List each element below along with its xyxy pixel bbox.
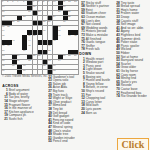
grid-cell: 27 [17, 21, 22, 25]
grid-cell [27, 1, 32, 5]
grid-cell [63, 40, 68, 44]
cell-number: 71 [23, 69, 25, 71]
grid-cell: 18 [27, 11, 32, 15]
grid-cell: 66 [12, 65, 17, 69]
grid-cell [12, 6, 17, 10]
cell-number: 63 [48, 59, 50, 61]
cell-number: 57 [63, 54, 65, 56]
cell-number: 25 [68, 15, 70, 17]
cell-number: 69 [53, 64, 55, 66]
grid-cell: 4 [17, 1, 22, 5]
grid-cell [63, 45, 68, 49]
grid-cell [22, 40, 27, 44]
clue-item: 24Born as [79, 111, 112, 115]
clue-number: 55 [46, 140, 53, 144]
cell-number: 13 [74, 0, 76, 2]
grid-cell [73, 11, 78, 15]
grid-cell [48, 6, 53, 10]
grid-cell [38, 45, 43, 49]
grid-cell: 2 [7, 1, 12, 5]
grid-cell: 43 [12, 40, 17, 44]
grid-cell: 56 [38, 55, 43, 59]
cell-number: 2 [7, 0, 8, 2]
grid-cell [73, 45, 78, 49]
cell-number: 72 [53, 69, 55, 71]
grid-cell: 7 [38, 1, 43, 5]
clue-text: Rio Grande feeder [121, 95, 150, 99]
grid-cell [17, 65, 22, 69]
cell-number: 29 [48, 20, 50, 22]
cell-number: 42 [74, 34, 76, 36]
cell-number: 39 [33, 34, 35, 36]
cell-number: 9 [48, 0, 49, 2]
cell-number: 52 [48, 49, 50, 51]
cell-number: 45 [53, 39, 55, 41]
clue-column-right-1: 57Sticky stuff58Neither's partner59Exist… [79, 1, 113, 150]
cell-number: 55 [33, 54, 35, 56]
cell-number: 62 [28, 59, 30, 61]
cell-number: 10 [53, 0, 55, 2]
grid-cell [53, 30, 58, 34]
clue-item: 21Sushi fish [2, 117, 45, 121]
cell-number: 26 [12, 20, 14, 22]
cell-number: 58 [68, 54, 70, 56]
grid-cell: 37 [2, 35, 7, 39]
clue-number: 21 [2, 117, 9, 121]
cell-number: 33 [58, 25, 60, 27]
grid-cell: 35 [43, 30, 48, 34]
grid-cell [7, 60, 12, 64]
grid-cell [38, 26, 43, 30]
grid-cell [7, 55, 12, 59]
cell-number: 35 [43, 29, 45, 31]
grid-cell: 40 [58, 35, 63, 39]
cell-number: 53 [2, 54, 4, 56]
grid-cell [33, 11, 38, 15]
grid-cell [58, 1, 63, 5]
grid-cell [73, 40, 78, 44]
clue-number: 24 [79, 111, 86, 115]
cell-number: 15 [33, 5, 35, 7]
cell-number: 24 [53, 15, 55, 17]
cell-number: 47 [7, 44, 9, 46]
grid-cell [7, 16, 12, 20]
grid-cell [53, 50, 58, 54]
grid-cell: 22 [2, 16, 7, 20]
cell-number: 50 [2, 49, 4, 51]
grid-cell [58, 50, 63, 54]
cell-number: 38 [28, 34, 30, 36]
grid-cell [38, 16, 43, 20]
cell-number: 20 [58, 10, 60, 12]
clue-column-across-1: ACROSS1Brief argument6Body of water11Tax… [2, 81, 45, 150]
grid-cell [43, 40, 48, 44]
clue-text: Sushi fish [9, 117, 45, 121]
grid-cell [33, 16, 38, 20]
grid-cell: 32 [7, 26, 12, 30]
grid-cell: 64 [58, 60, 63, 64]
grid-cell [38, 21, 43, 25]
grid-cell: 51 [22, 50, 27, 54]
grid-cell [12, 11, 17, 15]
grid-cell: 41 [68, 35, 73, 39]
cell-number: 28 [43, 20, 45, 22]
grid-cell: 12 [68, 1, 73, 5]
grid-cell [38, 60, 43, 64]
cell-number: 49 [48, 44, 50, 46]
grid-cell [17, 35, 22, 39]
grid-cell [7, 65, 12, 69]
grid-cell [33, 45, 38, 49]
grid-cell: 5 [22, 1, 27, 5]
cell-number: 66 [12, 64, 14, 66]
grid-cell [12, 30, 17, 34]
grid-cell [7, 50, 12, 54]
grid-cell: 61 [17, 60, 22, 64]
grid-cell [73, 21, 78, 25]
grid-cell [22, 55, 27, 59]
clue-item: 74Rio Grande feeder [114, 95, 149, 99]
cell-number: 8 [43, 0, 44, 2]
grid-cell [53, 6, 58, 10]
cell-number: 40 [58, 34, 60, 36]
grid-cell [63, 65, 68, 69]
cell-number: 61 [17, 59, 19, 61]
crossword-grid: 1234567891011121314151617181920212223242… [1, 0, 79, 75]
clue-list-header: ACROSS [2, 84, 45, 88]
clue-text: Pencil end [53, 140, 78, 144]
grid-cell [73, 6, 78, 10]
grid-cell: 28 [43, 21, 48, 25]
grid-cell: 42 [73, 35, 78, 39]
grid-cell: 20 [58, 11, 63, 15]
grid-cell [58, 40, 63, 44]
grid-cell [38, 35, 43, 39]
cell-number: 44 [28, 39, 30, 41]
grid-cell [73, 60, 78, 64]
grid-cell [53, 26, 58, 30]
cell-number: 5 [23, 0, 24, 2]
cell-number: 12 [68, 0, 70, 2]
grid-cell [53, 55, 58, 59]
grid-cell: 52 [48, 50, 53, 54]
cell-number: 30 [63, 20, 65, 22]
grid-cell [68, 60, 73, 64]
grid-cell [43, 6, 48, 10]
cell-number: 64 [58, 59, 60, 61]
grid-cell: 63 [48, 60, 53, 64]
grid-cell: 39 [33, 35, 38, 39]
grid-cell [43, 35, 48, 39]
grid-cell [58, 45, 63, 49]
cell-number: 19 [38, 10, 40, 12]
cell-number: 36 [58, 29, 60, 31]
cell-number: 31 [2, 25, 4, 27]
grid-cell [68, 45, 73, 49]
grid-cell: 29 [48, 21, 53, 25]
cell-number: 17 [2, 10, 4, 12]
clue-text: Fresh talk [86, 48, 113, 52]
cell-number: 67 [23, 64, 25, 66]
grid-cell [43, 50, 48, 54]
grid-cell [68, 40, 73, 44]
grid-cell [27, 21, 32, 25]
grid-cell [7, 11, 12, 15]
grid-cell [68, 21, 73, 25]
cell-number: 37 [2, 34, 4, 36]
grid-cell [17, 40, 22, 44]
cell-number: 11 [63, 0, 65, 2]
cell-number: 32 [7, 25, 9, 27]
grid-cell: 55 [33, 55, 38, 59]
copyright-text: © 2005 Tribune Media Services, Inc. [2, 74, 52, 78]
grid-cell [43, 45, 48, 49]
grid-cell [63, 26, 68, 30]
grid-cell [48, 65, 53, 69]
grid-cell [27, 50, 32, 54]
crossword-page: 1234567891011121314151617181920212223242… [0, 0, 150, 150]
clue-text: Born as [86, 111, 113, 115]
cell-number: 16 [63, 5, 65, 7]
grid-cell [17, 45, 22, 49]
grid-cell [33, 65, 38, 69]
grid-cell [33, 60, 38, 64]
grid-cell [53, 21, 58, 25]
grid-cell [22, 21, 27, 25]
grid-cell [48, 30, 53, 34]
grid-cell: 9 [48, 1, 53, 5]
grid-cell: 48 [27, 45, 32, 49]
grid-cell: 8 [43, 1, 48, 5]
cell-number: 27 [17, 20, 19, 22]
grid-cell [12, 26, 17, 30]
clue-column-across-2: 22Gardener's tool23Opera solo25Salon job… [46, 75, 78, 150]
cell-number: 7 [38, 0, 39, 2]
grid-cell [63, 60, 68, 64]
cell-number: 3 [12, 0, 13, 2]
cell-number: 6 [33, 0, 34, 2]
grid-cell: 24 [53, 16, 58, 20]
grid-cell [73, 26, 78, 30]
clue-column-right-2: 28Tiny taste30Bread spread31Hog's home32… [114, 1, 150, 139]
grid-cell [17, 30, 22, 34]
cell-number: 22 [2, 15, 4, 17]
cell-number: 1 [2, 0, 3, 2]
ad-box[interactable]: Click [117, 138, 149, 150]
grid-cell [33, 21, 38, 25]
grid-cell [68, 65, 73, 69]
clue-number: 74 [114, 95, 121, 99]
grid-cell: 13 [73, 1, 78, 5]
ad-label: Click [122, 139, 145, 150]
grid-cell: 68 [43, 65, 48, 69]
grid-cell [73, 16, 78, 20]
grid-cell [73, 65, 78, 69]
grid-cell [22, 6, 27, 10]
grid-cell [22, 35, 27, 39]
grid-cell [43, 55, 48, 59]
cell-number: 18 [28, 10, 30, 12]
grid-cell: 30 [63, 21, 68, 25]
cell-number: 54 [17, 54, 19, 56]
cell-number: 51 [23, 49, 25, 51]
grid-cell [48, 26, 53, 30]
clue-number: 78 [79, 48, 86, 52]
clue-item: 78Fresh talk [79, 48, 112, 52]
grid-cell: 25 [68, 16, 73, 20]
grid-cell [33, 26, 38, 30]
grid-cell: 47 [7, 45, 12, 49]
cell-number: 65 [2, 64, 4, 66]
grid-cell: 59 [73, 55, 78, 59]
cell-number: 70 [2, 69, 4, 71]
grid-cell [22, 26, 27, 30]
cell-number: 43 [12, 39, 14, 41]
grid-cell: 19 [38, 11, 43, 15]
grid-cell: 15 [33, 6, 38, 10]
cell-number: 34 [2, 29, 4, 31]
grid-cell [43, 11, 48, 15]
grid-cell [17, 11, 22, 15]
grid-cell [17, 6, 22, 10]
grid-cell: 23 [22, 16, 27, 20]
clue-item: 55Pencil end [46, 140, 78, 144]
grid-cell [27, 16, 32, 20]
cell-number: 56 [38, 54, 40, 56]
grid-cell [53, 45, 58, 49]
grid-cell [58, 16, 63, 20]
grid-cell [48, 35, 53, 39]
cell-number: 60 [2, 59, 4, 61]
grid-cell [33, 40, 38, 44]
grid-cell [27, 65, 32, 69]
cell-number: 21 [68, 10, 70, 12]
cell-number: 59 [74, 54, 76, 56]
grid-cell [38, 40, 43, 44]
grid-cell [48, 11, 53, 15]
grid-cell: 62 [27, 60, 32, 64]
grid-cell [68, 26, 73, 30]
cell-number: 23 [23, 15, 25, 17]
grid-cell: 10 [53, 1, 58, 5]
grid-cell [7, 30, 12, 34]
grid-cell [12, 45, 17, 49]
grid-cell [7, 35, 12, 39]
grid-cell: 45 [53, 40, 58, 44]
grid-cell [38, 30, 43, 34]
cell-number: 41 [68, 34, 70, 36]
grid-cell [27, 26, 32, 30]
cell-number: 48 [28, 44, 30, 46]
grid-cell [38, 65, 43, 69]
grid-cell [58, 65, 63, 69]
cell-number: 46 [2, 44, 4, 46]
cell-number: 4 [17, 0, 18, 2]
grid-cell [17, 26, 22, 30]
grid-cell [22, 30, 27, 34]
cell-number: 68 [43, 64, 45, 66]
grid-cell [7, 6, 12, 10]
grid-cell: 58 [68, 55, 73, 59]
cell-number: 14 [2, 5, 4, 7]
clue-list-header: DOWN [79, 52, 112, 56]
